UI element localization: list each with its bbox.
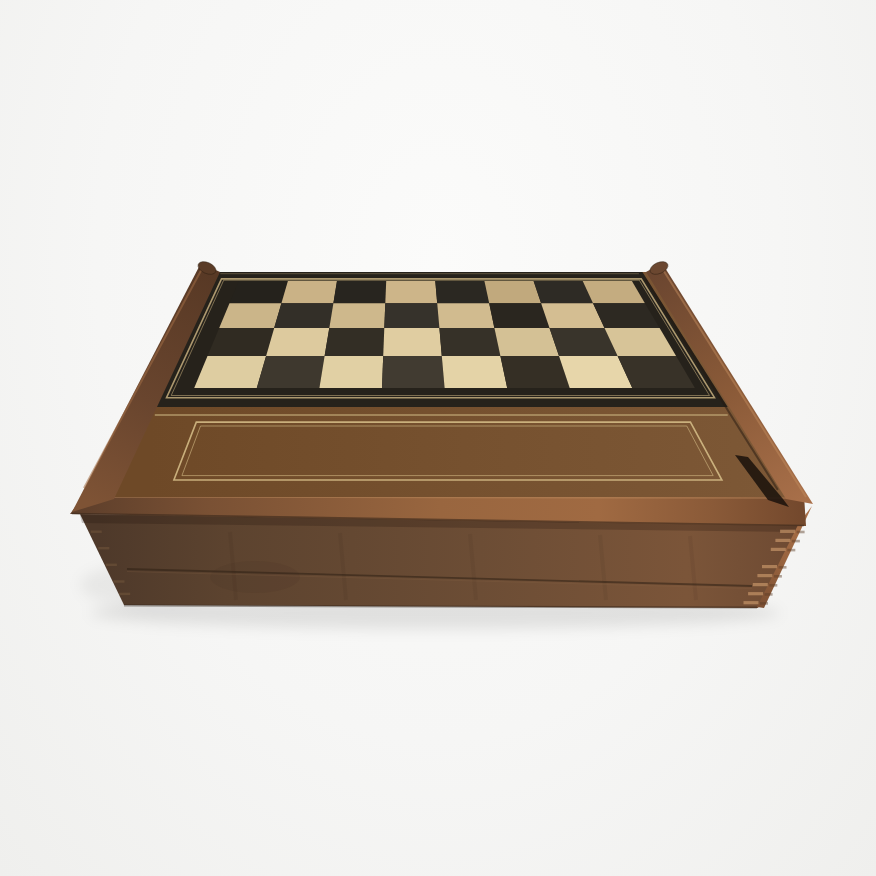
finger-joint-tooth bbox=[748, 592, 763, 595]
board-square-r3c3 bbox=[382, 356, 445, 388]
board-square-r2c3 bbox=[383, 328, 442, 356]
finger-joint-tooth bbox=[753, 583, 768, 586]
board-square-r0c5 bbox=[484, 281, 541, 303]
finger-joint-notch bbox=[765, 593, 773, 596]
board-square-r1c0 bbox=[219, 303, 281, 328]
board-square-r1c2 bbox=[329, 303, 385, 328]
finger-joint-notch bbox=[760, 602, 768, 605]
board-square-r0c0 bbox=[230, 281, 288, 303]
box-base bbox=[80, 514, 800, 608]
finger-joint-notch bbox=[769, 584, 777, 587]
finger-joint-tooth bbox=[771, 548, 786, 551]
finger-joint-notch bbox=[797, 531, 805, 534]
game-box-photo bbox=[0, 0, 876, 876]
board-square-r3c2 bbox=[319, 356, 383, 388]
board-square-r0c2 bbox=[333, 281, 386, 303]
finger-joint-notch bbox=[787, 549, 795, 552]
finger-joint-tooth bbox=[757, 574, 772, 577]
board-square-r3c4 bbox=[442, 356, 507, 388]
game-box-scene bbox=[0, 0, 876, 876]
finger-joint-tooth bbox=[114, 580, 125, 582]
board-square-r3c1 bbox=[257, 356, 325, 388]
finger-joint-notch bbox=[792, 540, 800, 543]
board-square-r0c4 bbox=[435, 281, 489, 303]
finger-joint-tooth bbox=[106, 564, 117, 566]
board-square-r0c3 bbox=[385, 281, 437, 303]
board-square-r1c5 bbox=[489, 303, 549, 328]
finger-joint-tooth bbox=[775, 539, 790, 542]
checkerboard bbox=[194, 281, 695, 388]
board-square-r2c1 bbox=[266, 328, 329, 356]
wood-stain bbox=[210, 561, 300, 593]
board-square-r1c3 bbox=[384, 303, 439, 328]
finger-joint-tooth bbox=[98, 547, 109, 549]
finger-joint-notch bbox=[774, 575, 782, 578]
board-square-r1c4 bbox=[437, 303, 494, 328]
board-square-r0c1 bbox=[281, 281, 337, 303]
finger-joint-notch bbox=[779, 566, 787, 569]
finger-joint-tooth bbox=[744, 601, 759, 604]
board-square-r2c2 bbox=[325, 328, 385, 356]
board-square-r2c4 bbox=[439, 328, 500, 356]
board-square-r2c5 bbox=[494, 328, 559, 356]
board-square-r1c1 bbox=[274, 303, 333, 328]
rim-top-highlight bbox=[88, 497, 798, 498]
finger-joint-tooth bbox=[119, 593, 130, 595]
finger-joint-tooth bbox=[91, 531, 102, 533]
board-square-r0c6 bbox=[534, 281, 593, 303]
finger-joint-tooth bbox=[762, 565, 777, 568]
board-square-r3c5 bbox=[500, 356, 569, 388]
finger-joint-tooth bbox=[780, 530, 795, 533]
board-square-r2c0 bbox=[208, 328, 275, 356]
